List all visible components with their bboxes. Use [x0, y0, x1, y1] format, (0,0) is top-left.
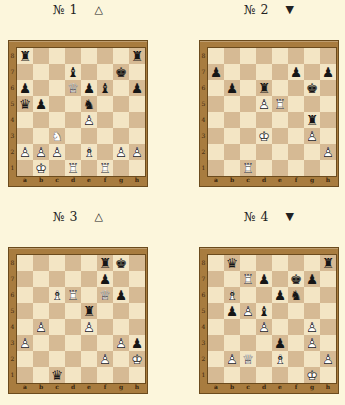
- square-g3: [113, 128, 129, 144]
- square-b2: ♟♙: [224, 351, 240, 367]
- file-label-f: f: [97, 382, 113, 393]
- file-labels: abcdefgh: [208, 175, 336, 186]
- rank-label-2: 2: [200, 144, 207, 160]
- square-c8: [240, 255, 256, 271]
- square-d1: [256, 367, 272, 383]
- square-a4: [17, 112, 33, 128]
- square-g6: ♟: [113, 287, 129, 303]
- square-f7: [97, 64, 113, 80]
- square-d4: [65, 112, 81, 128]
- square-g1: [113, 160, 129, 176]
- square-f1: [288, 367, 304, 383]
- square-g5: [113, 96, 129, 112]
- square-g8: [304, 255, 320, 271]
- square-c7: ♜♖: [240, 271, 256, 287]
- square-h8: ♜: [129, 48, 145, 64]
- square-a1: [17, 367, 33, 383]
- file-label-f: f: [288, 382, 304, 393]
- square-c1: [49, 160, 65, 176]
- square-c5: [49, 303, 65, 319]
- square-b7: [33, 271, 49, 287]
- square-b3: [33, 128, 49, 144]
- square-a1: [208, 367, 224, 383]
- diagram-no4-header: № 4 ▼: [199, 209, 339, 225]
- black-bishop: ♝: [65, 64, 81, 80]
- rank-label-3: 3: [9, 128, 16, 144]
- file-label-d: d: [65, 175, 81, 186]
- square-b4: [224, 319, 240, 335]
- square-d4: [65, 319, 81, 335]
- white-pawn: ♟♙: [256, 319, 272, 335]
- rank-label-5: 5: [9, 96, 16, 112]
- square-c5: [240, 96, 256, 112]
- rank-label-5: 5: [9, 303, 16, 319]
- square-a8: [208, 48, 224, 64]
- black-king: ♚: [288, 271, 304, 287]
- square-g2: [304, 144, 320, 160]
- square-a5: [17, 303, 33, 319]
- rank-labels: 87654321: [9, 255, 16, 383]
- file-label-c: c: [49, 382, 65, 393]
- square-f2: [97, 144, 113, 160]
- square-g7: [113, 271, 129, 287]
- rank-labels: 87654321: [200, 255, 207, 383]
- square-e7: [81, 64, 97, 80]
- square-h2: ♟♙: [320, 144, 336, 160]
- square-b6: ♝♗: [224, 287, 240, 303]
- file-label-g: g: [113, 382, 129, 393]
- square-c3: [240, 335, 256, 351]
- black-pawn: ♟: [304, 271, 320, 287]
- square-d1: [256, 160, 272, 176]
- square-g8: [113, 48, 129, 64]
- white-queen: ♛♕: [97, 287, 113, 303]
- black-pawn: ♟: [320, 64, 336, 80]
- square-b5: ♟: [224, 303, 240, 319]
- square-h2: ♟♙: [320, 351, 336, 367]
- square-b6: [33, 287, 49, 303]
- square-a7: ♟: [208, 64, 224, 80]
- square-d7: [65, 271, 81, 287]
- white-pawn: ♟♙: [113, 335, 129, 351]
- square-h3: [320, 128, 336, 144]
- rank-label-6: 6: [200, 287, 207, 303]
- rank-label-4: 4: [200, 319, 207, 335]
- square-f7: ♚: [288, 271, 304, 287]
- file-label-e: e: [272, 175, 288, 186]
- square-a6: [208, 80, 224, 96]
- black-bishop: ♝: [256, 303, 272, 319]
- black-queen: ♛: [49, 367, 65, 383]
- rank-label-8: 8: [9, 48, 16, 64]
- square-h8: [129, 255, 145, 271]
- square-h5: [320, 96, 336, 112]
- square-e5: [272, 303, 288, 319]
- square-g3: ♟♙: [113, 335, 129, 351]
- square-f4: [97, 112, 113, 128]
- square-f6: ♛♕: [97, 287, 113, 303]
- square-b3: [224, 128, 240, 144]
- square-h5: [320, 303, 336, 319]
- file-label-c: c: [240, 175, 256, 186]
- square-c8: [49, 255, 65, 271]
- square-h6: [320, 287, 336, 303]
- black-rook: ♜: [129, 48, 145, 64]
- square-c6: ♝♗: [49, 287, 65, 303]
- black-to-move-icon: ▼: [285, 210, 294, 223]
- file-label-e: e: [81, 175, 97, 186]
- square-g2: [113, 351, 129, 367]
- square-f2: ♟♙: [97, 351, 113, 367]
- square-h6: [129, 287, 145, 303]
- square-b4: ♟♙: [33, 319, 49, 335]
- square-g4: ♟♙: [304, 319, 320, 335]
- square-g7: [304, 64, 320, 80]
- square-e4: [272, 112, 288, 128]
- square-e1: [81, 367, 97, 383]
- square-f6: [288, 80, 304, 96]
- black-pawn: ♟: [256, 271, 272, 287]
- square-h4: [129, 319, 145, 335]
- rank-label-1: 1: [9, 160, 16, 176]
- square-d7: ♝: [65, 64, 81, 80]
- square-c4: [240, 112, 256, 128]
- square-c1: [240, 367, 256, 383]
- file-label-a: a: [17, 382, 33, 393]
- white-bishop: ♝♗: [224, 287, 240, 303]
- rank-label-6: 6: [9, 80, 16, 96]
- square-e3: [272, 128, 288, 144]
- square-d3: [256, 335, 272, 351]
- square-b4: [33, 112, 49, 128]
- square-g3: ♟♙: [304, 335, 320, 351]
- square-h5: [129, 96, 145, 112]
- black-pawn: ♟: [113, 287, 129, 303]
- square-d1: [65, 367, 81, 383]
- square-a2: [208, 144, 224, 160]
- square-e8: [81, 48, 97, 64]
- black-pawn: ♟: [208, 64, 224, 80]
- square-e6: [81, 287, 97, 303]
- square-b5: ♟: [33, 96, 49, 112]
- square-g8: ♚: [113, 255, 129, 271]
- chessboard-no1: 87654321 ♜♜♝♚♟♛♕♟♝♟♛♟♞♟♙♞♘♟♙♟♙♟♙♝♗♟♙♟♙♚♔…: [8, 40, 148, 187]
- square-h8: [320, 48, 336, 64]
- square-e3: ♟: [272, 335, 288, 351]
- file-label-e: e: [272, 382, 288, 393]
- square-c2: ♛♕: [240, 351, 256, 367]
- square-b8: [33, 48, 49, 64]
- square-h7: [129, 64, 145, 80]
- rank-label-3: 3: [200, 335, 207, 351]
- square-d2: [65, 144, 81, 160]
- rank-label-7: 7: [200, 271, 207, 287]
- square-a8: [17, 255, 33, 271]
- square-e2: [81, 351, 97, 367]
- square-h6: [320, 80, 336, 96]
- black-knight: ♞: [81, 96, 97, 112]
- file-label-g: g: [113, 175, 129, 186]
- black-pawn: ♟: [129, 335, 145, 351]
- black-pawn: ♟: [272, 287, 288, 303]
- square-h5: [129, 303, 145, 319]
- square-e3: [81, 128, 97, 144]
- square-d2: [256, 351, 272, 367]
- white-pawn: ♟♙: [304, 128, 320, 144]
- square-h7: ♟: [320, 64, 336, 80]
- square-d7: ♟: [256, 271, 272, 287]
- black-rook: ♜: [17, 48, 33, 64]
- square-c4: [49, 319, 65, 335]
- square-d5: [65, 96, 81, 112]
- square-b6: [33, 80, 49, 96]
- white-king: ♚♔: [33, 160, 49, 176]
- square-b3: [224, 335, 240, 351]
- square-e6: ♟: [81, 80, 97, 96]
- white-king: ♚♔: [304, 367, 320, 383]
- square-b1: [224, 367, 240, 383]
- square-f8: [97, 48, 113, 64]
- square-h2: ♚♔: [129, 351, 145, 367]
- square-a2: [208, 351, 224, 367]
- black-pawn: ♟: [129, 80, 145, 96]
- square-b8: ♛: [224, 255, 240, 271]
- square-d7: [256, 64, 272, 80]
- square-c6: [49, 80, 65, 96]
- square-g1: ♚♔: [304, 367, 320, 383]
- black-pawn: ♟: [224, 303, 240, 319]
- black-rook: ♜: [320, 255, 336, 271]
- square-f6: ♝: [97, 80, 113, 96]
- black-bishop: ♝: [97, 80, 113, 96]
- square-b8: [33, 255, 49, 271]
- square-a3: [17, 128, 33, 144]
- square-e1: [81, 160, 97, 176]
- black-queen: ♛: [224, 255, 240, 271]
- black-pawn: ♟: [81, 80, 97, 96]
- white-king: ♚♔: [129, 351, 145, 367]
- square-c6: [240, 80, 256, 96]
- black-to-move-icon: ▼: [285, 3, 294, 16]
- white-pawn: ♟♙: [81, 319, 97, 335]
- rank-label-2: 2: [200, 351, 207, 367]
- black-pawn: ♟: [17, 80, 33, 96]
- white-pawn: ♟♙: [240, 303, 256, 319]
- square-a3: [208, 335, 224, 351]
- square-d8: [65, 48, 81, 64]
- square-e4: ♟♙: [81, 112, 97, 128]
- black-knight: ♞: [288, 287, 304, 303]
- square-e8: [81, 255, 97, 271]
- white-bishop: ♝♗: [81, 144, 97, 160]
- file-label-f: f: [288, 175, 304, 186]
- square-d1: ♜♖: [65, 160, 81, 176]
- square-c6: [240, 287, 256, 303]
- square-g7: ♚: [113, 64, 129, 80]
- board-grid-no4: ♛♜♜♖♟♚♟♝♗♟♞♟♟♙♝♟♙♟♙♟♟♙♟♙♛♕♝♗♟♙♚♔: [207, 254, 337, 384]
- square-d5: ♟♙: [256, 96, 272, 112]
- square-a5: [208, 96, 224, 112]
- square-d5: [65, 303, 81, 319]
- square-a3: [208, 128, 224, 144]
- rank-label-4: 4: [9, 112, 16, 128]
- square-f5: [97, 303, 113, 319]
- white-pawn: ♟♙: [17, 335, 33, 351]
- board-grid-no2: ♟♟♟♟♜♚♟♙♜♖♜♚♔♟♙♟♙♜♖: [207, 47, 337, 177]
- rank-label-3: 3: [200, 128, 207, 144]
- file-label-b: b: [224, 175, 240, 186]
- square-c3: ♞♘: [49, 128, 65, 144]
- file-label-d: d: [65, 382, 81, 393]
- square-c3: [240, 128, 256, 144]
- square-g8: [304, 48, 320, 64]
- white-to-move-icon: △: [94, 3, 103, 16]
- white-pawn: ♟♙: [33, 144, 49, 160]
- file-label-g: g: [304, 382, 320, 393]
- square-a5: ♛: [17, 96, 33, 112]
- square-a6: [208, 287, 224, 303]
- rank-label-8: 8: [200, 255, 207, 271]
- square-g5: [304, 303, 320, 319]
- square-e7: [272, 64, 288, 80]
- square-e2: ♝♗: [272, 351, 288, 367]
- black-pawn: ♟: [224, 80, 240, 96]
- square-b1: [33, 367, 49, 383]
- square-e2: [272, 144, 288, 160]
- white-pawn: ♟♙: [304, 319, 320, 335]
- white-knight: ♞♘: [49, 128, 65, 144]
- diagram-no1: № 1 △ 87654321 ♜♜♝♚♟♛♕♟♝♟♛♟♞♟♙♞♘♟♙♟♙♟♙♝♗…: [8, 2, 148, 187]
- square-g1: [304, 160, 320, 176]
- diagram-no3-header: № 3 △: [8, 209, 148, 225]
- black-rook: ♜: [81, 303, 97, 319]
- square-f2: [288, 144, 304, 160]
- white-king: ♚♔: [256, 128, 272, 144]
- rank-label-4: 4: [9, 319, 16, 335]
- square-c3: [49, 335, 65, 351]
- square-h1: [320, 367, 336, 383]
- square-a2: ♟♙: [17, 144, 33, 160]
- square-d2: [256, 144, 272, 160]
- square-e6: ♟: [272, 287, 288, 303]
- square-b4: [224, 112, 240, 128]
- white-pawn: ♟♙: [17, 144, 33, 160]
- square-e4: [272, 319, 288, 335]
- square-a5: [208, 303, 224, 319]
- square-f7: ♟: [288, 64, 304, 80]
- square-g5: [113, 303, 129, 319]
- diagram-no4-label: № 4: [244, 209, 269, 224]
- square-d6: ♜♖: [65, 287, 81, 303]
- diagram-no2-label: № 2: [244, 2, 269, 17]
- rank-label-3: 3: [9, 335, 16, 351]
- diagram-no1-header: № 1 △: [8, 2, 148, 18]
- square-f5: [288, 96, 304, 112]
- white-bishop: ♝♗: [49, 287, 65, 303]
- black-queen: ♛: [17, 96, 33, 112]
- square-d6: [256, 287, 272, 303]
- square-a3: ♟♙: [17, 335, 33, 351]
- square-c2: [240, 144, 256, 160]
- square-b7: [224, 64, 240, 80]
- diagram-no2: № 2 ▼ 87654321 ♟♟♟♟♜♚♟♙♜♖♜♚♔♟♙♟♙♜♖ abcde…: [199, 2, 339, 187]
- square-h7: [129, 271, 145, 287]
- square-a4: [208, 319, 224, 335]
- black-king: ♚: [304, 80, 320, 96]
- square-b8: [224, 48, 240, 64]
- black-king: ♚: [113, 64, 129, 80]
- square-a4: [17, 319, 33, 335]
- square-f5: [288, 303, 304, 319]
- square-e8: [272, 48, 288, 64]
- square-c7: [49, 64, 65, 80]
- square-c7: [49, 271, 65, 287]
- square-g1: [113, 367, 129, 383]
- black-rook: ♜: [256, 80, 272, 96]
- square-c1: ♛: [49, 367, 65, 383]
- square-g4: [113, 319, 129, 335]
- square-f8: [288, 255, 304, 271]
- file-label-h: h: [129, 175, 145, 186]
- square-a8: ♜: [17, 48, 33, 64]
- black-king: ♚: [113, 255, 129, 271]
- square-b5: [224, 96, 240, 112]
- square-a7: [17, 271, 33, 287]
- file-label-f: f: [97, 175, 113, 186]
- file-label-a: a: [208, 175, 224, 186]
- rank-label-2: 2: [9, 351, 16, 367]
- square-g2: ♟♙: [113, 144, 129, 160]
- square-e1: [272, 160, 288, 176]
- square-b2: ♟♙: [33, 144, 49, 160]
- square-h1: [320, 160, 336, 176]
- square-c2: ♟♙: [49, 144, 65, 160]
- square-d3: [65, 335, 81, 351]
- square-d6: ♜: [256, 80, 272, 96]
- square-h4: [320, 112, 336, 128]
- square-f7: ♟: [97, 271, 113, 287]
- rank-label-7: 7: [9, 64, 16, 80]
- square-a8: [208, 255, 224, 271]
- square-d3: [65, 128, 81, 144]
- file-label-b: b: [33, 382, 49, 393]
- square-c7: [240, 64, 256, 80]
- white-rook: ♜♖: [97, 160, 113, 176]
- file-label-b: b: [224, 382, 240, 393]
- square-c2: [49, 351, 65, 367]
- square-h2: ♟♙: [129, 144, 145, 160]
- file-labels: abcdefgh: [17, 382, 145, 393]
- square-d8: [256, 255, 272, 271]
- square-a2: [17, 351, 33, 367]
- diagram-no3-label: № 3: [53, 209, 78, 224]
- rank-label-6: 6: [9, 287, 16, 303]
- square-g2: [304, 351, 320, 367]
- square-a7: [17, 64, 33, 80]
- square-b2: [224, 144, 240, 160]
- white-pawn: ♟♙: [113, 144, 129, 160]
- file-label-h: h: [129, 382, 145, 393]
- square-g6: [113, 80, 129, 96]
- square-e5: ♜♖: [272, 96, 288, 112]
- square-e4: ♟♙: [81, 319, 97, 335]
- rank-label-1: 1: [200, 160, 207, 176]
- square-h4: [320, 319, 336, 335]
- white-rook: ♜♖: [240, 160, 256, 176]
- square-h3: ♟: [129, 335, 145, 351]
- diagram-no2-header: № 2 ▼: [199, 2, 339, 18]
- square-b2: [33, 351, 49, 367]
